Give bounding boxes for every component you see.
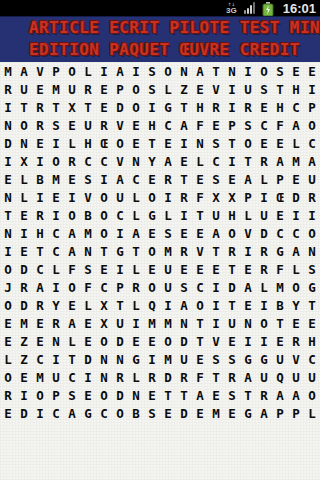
grid-cell[interactable]: F [272,116,288,134]
grid-cell[interactable]: I [256,188,272,206]
grid-cell[interactable]: I [48,350,64,368]
grid-cell[interactable]: R [256,242,272,260]
grid-cell[interactable]: E [0,404,16,422]
grid-cell[interactable]: C [192,278,208,296]
grid-cell[interactable]: E [96,260,112,278]
grid-cell[interactable]: N [176,314,192,332]
grid-cell[interactable]: I [32,188,48,206]
grid-cell[interactable]: T [304,296,320,314]
grid-cell[interactable]: O [64,62,80,80]
grid-cell[interactable]: E [272,134,288,152]
grid-cell[interactable]: U [256,368,272,386]
grid-cell[interactable]: T [224,260,240,278]
grid-cell[interactable]: G [128,350,144,368]
grid-cell[interactable]: O [240,134,256,152]
grid-cell[interactable]: C [128,170,144,188]
grid-cell[interactable]: G [144,206,160,224]
grid-cell[interactable]: C [48,404,64,422]
grid-cell[interactable]: L [240,206,256,224]
grid-cell[interactable]: S [64,386,80,404]
grid-cell[interactable]: S [80,260,96,278]
grid-cell[interactable]: N [96,368,112,386]
grid-cell[interactable]: I [16,386,32,404]
grid-cell[interactable]: N [128,152,144,170]
grid-cell[interactable]: E [192,404,208,422]
grid-cell[interactable]: M [48,170,64,188]
grid-cell[interactable]: R [128,278,144,296]
grid-cell[interactable]: C [96,278,112,296]
grid-cell[interactable]: G [304,278,320,296]
grid-cell[interactable]: M [32,368,48,386]
grid-cell[interactable]: I [128,314,144,332]
grid-cell[interactable]: E [64,170,80,188]
grid-cell[interactable]: I [256,296,272,314]
grid-cell[interactable]: P [48,386,64,404]
grid-cell[interactable]: U [160,260,176,278]
grid-cell[interactable]: L [80,296,96,314]
grid-cell[interactable]: O [112,134,128,152]
grid-cell[interactable]: L [128,206,144,224]
grid-cell[interactable]: I [96,170,112,188]
grid-cell[interactable]: E [272,206,288,224]
grid-cell[interactable]: I [176,134,192,152]
grid-cell[interactable]: I [144,98,160,116]
grid-cell[interactable]: T [192,314,208,332]
grid-cell[interactable]: O [48,152,64,170]
grid-cell[interactable]: U [48,368,64,386]
grid-cell[interactable]: D [176,332,192,350]
grid-cell[interactable]: R [32,116,48,134]
grid-cell[interactable]: L [192,152,208,170]
grid-cell[interactable]: E [16,206,32,224]
grid-cell[interactable]: T [272,80,288,98]
grid-cell[interactable]: E [48,188,64,206]
grid-cell[interactable]: E [240,296,256,314]
grid-cell[interactable]: D [160,368,176,386]
grid-cell[interactable]: S [224,350,240,368]
grid-cell[interactable]: T [96,242,112,260]
grid-cell[interactable]: I [160,296,176,314]
grid-cell[interactable]: A [240,368,256,386]
grid-cell[interactable]: E [96,80,112,98]
grid-cell[interactable]: R [32,296,48,314]
grid-cell[interactable]: N [0,116,16,134]
grid-cell[interactable]: D [288,188,304,206]
grid-cell[interactable]: G [240,404,256,422]
grid-cell[interactable]: S [144,404,160,422]
grid-cell[interactable]: E [32,134,48,152]
grid-cell[interactable]: O [160,62,176,80]
grid-cell[interactable]: L [48,260,64,278]
grid-cell[interactable]: N [176,62,192,80]
grid-cell[interactable]: M [144,314,160,332]
grid-cell[interactable]: C [112,206,128,224]
grid-cell[interactable]: J [0,278,16,296]
grid-cell[interactable]: L [288,134,304,152]
grid-cell[interactable]: L [288,260,304,278]
grid-cell[interactable]: O [64,206,80,224]
grid-cell[interactable]: E [0,314,16,332]
grid-cell[interactable]: A [64,242,80,260]
grid-cell[interactable]: L [80,62,96,80]
grid-cell[interactable]: E [32,332,48,350]
grid-cell[interactable]: C [64,368,80,386]
grid-cell[interactable]: E [208,260,224,278]
grid-cell[interactable]: R [80,80,96,98]
grid-cell[interactable]: R [224,242,240,260]
grid-cell[interactable]: L [0,350,16,368]
grid-cell[interactable]: L [256,278,272,296]
grid-cell[interactable]: T [32,242,48,260]
grid-cell[interactable]: R [144,368,160,386]
grid-cell[interactable]: D [256,224,272,242]
grid-cell[interactable]: R [256,260,272,278]
grid-cell[interactable]: H [304,332,320,350]
grid-cell[interactable]: N [224,62,240,80]
grid-cell[interactable]: U [64,80,80,98]
grid-cell[interactable]: S [224,386,240,404]
grid-cell[interactable]: E [96,98,112,116]
grid-cell[interactable]: O [160,332,176,350]
grid-cell[interactable]: E [64,296,80,314]
grid-cell[interactable]: E [240,260,256,278]
grid-cell[interactable]: D [16,404,32,422]
grid-cell[interactable]: C [160,116,176,134]
grid-cell[interactable]: T [224,134,240,152]
grid-cell[interactable]: P [304,98,320,116]
grid-cell[interactable]: O [16,116,32,134]
grid-cell[interactable]: A [288,116,304,134]
grid-cell[interactable]: B [32,170,48,188]
grid-cell[interactable]: I [208,278,224,296]
grid-cell[interactable]: U [16,80,32,98]
grid-cell[interactable]: M [80,224,96,242]
grid-cell[interactable]: Y [48,296,64,314]
grid-cell[interactable]: U [304,170,320,188]
grid-cell[interactable]: R [256,386,272,404]
grid-cell[interactable]: G [256,350,272,368]
grid-cell[interactable]: V [192,242,208,260]
grid-cell[interactable]: R [16,278,32,296]
grid-cell[interactable]: E [176,224,192,242]
grid-cell[interactable]: N [16,134,32,152]
grid-cell[interactable]: E [144,224,160,242]
grid-cell[interactable]: O [64,278,80,296]
grid-cell[interactable]: S [160,224,176,242]
grid-cell[interactable]: O [128,80,144,98]
grid-cell[interactable]: X [96,296,112,314]
grid-cell[interactable]: P [288,404,304,422]
grid-cell[interactable]: A [208,224,224,242]
grid-cell[interactable]: A [112,170,128,188]
grid-cell[interactable]: L [256,170,272,188]
grid-cell[interactable]: Z [16,332,32,350]
grid-cell[interactable]: B [272,296,288,314]
grid-cell[interactable]: L [16,188,32,206]
grid-cell[interactable]: I [240,62,256,80]
grid-cell[interactable]: C [32,260,48,278]
grid-cell[interactable]: F [192,116,208,134]
grid-cell[interactable]: E [208,116,224,134]
grid-cell[interactable]: L [128,188,144,206]
grid-cell[interactable]: N [0,224,16,242]
grid-cell[interactable]: T [208,368,224,386]
grid-cell[interactable]: S [208,350,224,368]
grid-cell[interactable]: P [48,62,64,80]
grid-cell[interactable]: O [96,224,112,242]
grid-cell[interactable]: E [160,134,176,152]
grid-cell[interactable]: O [144,188,160,206]
grid-cell[interactable]: R [256,152,272,170]
grid-cell[interactable]: N [48,332,64,350]
grid-cell[interactable]: C [304,350,320,368]
grid-cell[interactable]: T [160,386,176,404]
grid-cell[interactable]: R [208,98,224,116]
grid-cell[interactable]: A [288,386,304,404]
grid-cell[interactable]: E [192,260,208,278]
grid-cell[interactable]: R [96,116,112,134]
grid-cell[interactable]: T [240,386,256,404]
grid-cell[interactable]: L [160,80,176,98]
grid-cell[interactable]: I [32,404,48,422]
grid-cell[interactable]: E [208,386,224,404]
grid-cell[interactable]: B [80,206,96,224]
grid-cell[interactable]: O [96,188,112,206]
grid-cell[interactable]: M [0,62,16,80]
grid-cell[interactable]: O [32,386,48,404]
grid-cell[interactable]: I [144,350,160,368]
grid-cell[interactable]: X [208,188,224,206]
grid-cell[interactable]: C [304,134,320,152]
grid-cell[interactable]: U [176,350,192,368]
grid-cell[interactable]: T [176,170,192,188]
grid-cell[interactable]: O [192,296,208,314]
grid-cell[interactable]: I [48,134,64,152]
grid-cell[interactable]: A [32,278,48,296]
grid-cell[interactable]: T [208,242,224,260]
grid-cell[interactable]: T [0,206,16,224]
grid-cell[interactable]: O [112,404,128,422]
grid-cell[interactable]: S [208,134,224,152]
grid-cell[interactable]: S [144,62,160,80]
grid-cell[interactable]: S [272,62,288,80]
grid-cell[interactable]: T [112,296,128,314]
grid-cell[interactable]: T [208,62,224,80]
grid-cell[interactable]: X [16,152,32,170]
grid-cell[interactable]: V [288,350,304,368]
grid-cell[interactable]: I [288,206,304,224]
grid-cell[interactable]: T [272,314,288,332]
grid-cell[interactable]: D [0,134,16,152]
grid-cell[interactable]: F [192,188,208,206]
grid-cell[interactable]: R [160,170,176,188]
grid-cell[interactable]: Œ [272,188,288,206]
grid-cell[interactable]: D [16,296,32,314]
grid-cell[interactable]: A [240,278,256,296]
grid-cell[interactable]: A [256,404,272,422]
grid-cell[interactable]: G [240,350,256,368]
grid-cell[interactable]: E [16,368,32,386]
grid-cell[interactable]: D [176,404,192,422]
grid-cell[interactable]: S [304,260,320,278]
grid-cell[interactable]: A [304,152,320,170]
grid-cell[interactable]: A [192,386,208,404]
grid-cell[interactable]: A [16,62,32,80]
grid-cell[interactable]: H [80,134,96,152]
grid-cell[interactable]: E [192,350,208,368]
grid-cell[interactable]: R [224,368,240,386]
grid-cell[interactable]: M [272,278,288,296]
grid-cell[interactable]: T [64,350,80,368]
grid-cell[interactable]: P [240,188,256,206]
grid-cell[interactable]: E [192,80,208,98]
grid-cell[interactable]: X [64,98,80,116]
grid-cell[interactable]: P [272,404,288,422]
grid-cell[interactable]: A [64,224,80,242]
grid-cell[interactable]: E [144,386,160,404]
grid-cell[interactable]: U [80,116,96,134]
grid-cell[interactable]: G [80,404,96,422]
grid-cell[interactable]: R [0,386,16,404]
grid-cell[interactable]: E [160,404,176,422]
grid-cell[interactable]: O [128,98,144,116]
grid-cell[interactable]: T [48,98,64,116]
grid-cell[interactable]: S [176,278,192,296]
grid-cell[interactable]: A [112,62,128,80]
grid-cell[interactable]: M [160,242,176,260]
grid-cell[interactable]: U [240,80,256,98]
grid-cell[interactable]: E [144,260,160,278]
grid-cell[interactable]: E [80,314,96,332]
grid-cell[interactable]: C [272,224,288,242]
grid-cell[interactable]: Y [288,296,304,314]
grid-cell[interactable]: X [224,188,240,206]
grid-cell[interactable]: G [272,242,288,260]
grid-cell[interactable]: A [240,170,256,188]
grid-cell[interactable]: R [288,332,304,350]
grid-cell[interactable]: O [304,224,320,242]
grid-cell[interactable]: E [224,404,240,422]
grid-cell[interactable]: P [112,278,128,296]
grid-cell[interactable]: O [96,206,112,224]
grid-cell[interactable]: O [0,296,16,314]
grid-cell[interactable]: O [0,368,16,386]
grid-cell[interactable]: P [112,80,128,98]
grid-cell[interactable]: E [272,332,288,350]
grid-cell[interactable]: N [304,242,320,260]
grid-cell[interactable]: L [64,134,80,152]
grid-cell[interactable]: D [80,350,96,368]
grid-cell[interactable]: A [272,386,288,404]
grid-cell[interactable]: A [64,404,80,422]
grid-cell[interactable]: R [32,98,48,116]
grid-cell[interactable]: I [0,242,16,260]
grid-cell[interactable]: E [256,98,272,116]
grid-cell[interactable]: E [128,134,144,152]
grid-cell[interactable]: O [256,314,272,332]
grid-cell[interactable]: V [112,152,128,170]
grid-cell[interactable]: C [96,152,112,170]
grid-cell[interactable]: T [144,134,160,152]
grid-cell[interactable]: U [208,206,224,224]
grid-cell[interactable]: U [224,314,240,332]
grid-cell[interactable]: T [176,386,192,404]
grid-cell[interactable]: E [256,134,272,152]
grid-cell[interactable]: L [128,296,144,314]
grid-cell[interactable]: I [304,206,320,224]
grid-cell[interactable]: F [192,368,208,386]
grid-cell[interactable]: U [304,368,320,386]
grid-cell[interactable]: I [112,260,128,278]
grid-cell[interactable]: I [240,242,256,260]
grid-cell[interactable]: I [48,278,64,296]
grid-cell[interactable]: O [304,386,320,404]
grid-cell[interactable]: A [176,116,192,134]
grid-cell[interactable]: E [16,242,32,260]
grid-cell[interactable]: O [288,278,304,296]
grid-cell[interactable]: Q [144,296,160,314]
grid-cell[interactable]: D [16,260,32,278]
grid-cell[interactable]: L [160,206,176,224]
grid-cell[interactable]: H [32,224,48,242]
grid-cell[interactable]: I [208,296,224,314]
grid-cell[interactable]: E [32,80,48,98]
grid-cell[interactable]: U [256,206,272,224]
grid-cell[interactable]: X [96,314,112,332]
grid-cell[interactable]: E [224,332,240,350]
grid-cell[interactable]: N [240,314,256,332]
grid-cell[interactable]: N [80,242,96,260]
grid-cell[interactable]: M [288,152,304,170]
grid-cell[interactable]: R [64,152,80,170]
grid-cell[interactable]: V [112,116,128,134]
grid-cell[interactable]: O [96,332,112,350]
grid-cell[interactable]: I [112,224,128,242]
grid-cell[interactable]: S [256,80,272,98]
grid-cell[interactable]: M [208,404,224,422]
grid-cell[interactable]: I [64,188,80,206]
grid-cell[interactable]: N [0,188,16,206]
grid-cell[interactable]: C [288,224,304,242]
grid-cell[interactable]: B [128,404,144,422]
grid-cell[interactable]: E [304,62,320,80]
grid-cell[interactable]: R [240,98,256,116]
grid-cell[interactable]: C [48,224,64,242]
grid-cell[interactable]: I [208,314,224,332]
grid-cell[interactable]: L [128,260,144,278]
grid-cell[interactable]: N [96,350,112,368]
grid-cell[interactable]: H [288,80,304,98]
grid-cell[interactable]: Z [176,80,192,98]
grid-cell[interactable]: R [304,188,320,206]
grid-cell[interactable]: S [144,80,160,98]
grid-cell[interactable]: T [192,332,208,350]
grid-cell[interactable]: S [240,116,256,134]
grid-cell[interactable]: A [64,314,80,332]
grid-cell[interactable]: E [144,170,160,188]
grid-cell[interactable]: D [112,98,128,116]
grid-cell[interactable]: Y [144,152,160,170]
grid-cell[interactable]: V [240,224,256,242]
grid-cell[interactable]: E [192,224,208,242]
grid-cell[interactable]: A [192,62,208,80]
grid-cell[interactable]: L [304,404,320,422]
grid-cell[interactable]: V [80,188,96,206]
grid-cell[interactable]: V [32,62,48,80]
grid-cell[interactable]: T [80,98,96,116]
grid-cell[interactable]: O [0,260,16,278]
grid-cell[interactable]: A [176,296,192,314]
